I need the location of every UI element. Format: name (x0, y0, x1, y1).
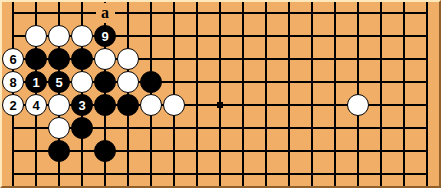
stones-layer: 96815243a (2, 2, 439, 186)
black-stone (48, 140, 70, 162)
white-stone: 6 (2, 48, 24, 70)
black-stone (71, 48, 93, 70)
white-stone (117, 71, 139, 93)
white-stone (163, 94, 185, 116)
black-stone (71, 117, 93, 139)
white-stone (347, 94, 369, 116)
white-stone (48, 94, 70, 116)
white-stone (117, 48, 139, 70)
black-stone (25, 48, 47, 70)
black-stone (140, 71, 162, 93)
point-label-a: a (96, 3, 115, 23)
white-stone (71, 71, 93, 93)
white-stone (48, 25, 70, 47)
go-board: 96815243a (0, 0, 441, 188)
black-stone: 3 (71, 94, 93, 116)
black-stone: 9 (94, 25, 116, 47)
black-stone (117, 94, 139, 116)
white-stone (25, 25, 47, 47)
white-stone: 8 (2, 71, 24, 93)
black-stone (94, 94, 116, 116)
white-stone (140, 94, 162, 116)
white-stone: 4 (25, 94, 47, 116)
white-stone (71, 25, 93, 47)
black-stone (48, 48, 70, 70)
black-stone: 5 (48, 71, 70, 93)
white-stone (94, 48, 116, 70)
white-stone (48, 117, 70, 139)
black-stone (94, 140, 116, 162)
white-stone: 2 (2, 94, 24, 116)
black-stone: 1 (25, 71, 47, 93)
black-stone (94, 71, 116, 93)
